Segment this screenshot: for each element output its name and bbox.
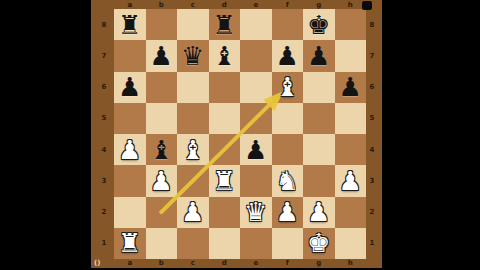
black-bishop-b4[interactable]: ♝ bbox=[146, 134, 178, 165]
rank-label-left-3: 3 bbox=[102, 177, 107, 185]
square-c4[interactable]: ♝ bbox=[177, 134, 209, 165]
rank-label-right-5: 5 bbox=[370, 114, 375, 122]
white-queen-e2[interactable]: ♛ bbox=[240, 197, 272, 228]
square-f1[interactable] bbox=[272, 228, 304, 259]
black-rook-a8[interactable]: ♜ bbox=[114, 9, 146, 40]
square-a4[interactable]: ♟ bbox=[114, 134, 146, 165]
black-rook-d8[interactable]: ♜ bbox=[209, 9, 241, 40]
white-rook-a1[interactable]: ♜ bbox=[114, 228, 146, 259]
square-c6[interactable] bbox=[177, 72, 209, 103]
black-pawn-h6[interactable]: ♟ bbox=[335, 72, 367, 103]
white-knight-f3[interactable]: ♞ bbox=[272, 165, 304, 196]
black-pawn-f7[interactable]: ♟ bbox=[272, 40, 304, 71]
square-h7[interactable] bbox=[335, 40, 367, 71]
white-pawn-h3[interactable]: ♟ bbox=[335, 165, 367, 196]
square-c2[interactable]: ♟ bbox=[177, 197, 209, 228]
square-h8[interactable] bbox=[335, 9, 367, 40]
square-f7[interactable]: ♟ bbox=[272, 40, 304, 71]
square-g4[interactable] bbox=[303, 134, 335, 165]
file-label-top-g: g bbox=[316, 1, 321, 9]
rank-label-right-7: 7 bbox=[370, 52, 375, 60]
file-label-bottom-g: g bbox=[316, 259, 321, 267]
square-g7[interactable]: ♟ bbox=[303, 40, 335, 71]
video-frame: { "game": "chess", "position": { "fen": … bbox=[0, 0, 480, 270]
white-bishop-c4[interactable]: ♝ bbox=[177, 134, 209, 165]
square-g5[interactable] bbox=[303, 103, 335, 134]
rank-label-left-6: 6 bbox=[102, 83, 107, 91]
rank-label-left-4: 4 bbox=[102, 146, 107, 154]
rank-label-left-5: 5 bbox=[102, 114, 107, 122]
corner-marker-icon[interactable] bbox=[362, 1, 372, 10]
square-b6[interactable] bbox=[146, 72, 178, 103]
square-e8[interactable] bbox=[240, 9, 272, 40]
black-bishop-d7[interactable]: ♝ bbox=[209, 40, 241, 71]
square-e2[interactable]: ♛ bbox=[240, 197, 272, 228]
square-f8[interactable] bbox=[272, 9, 304, 40]
white-pawn-c2[interactable]: ♟ bbox=[177, 197, 209, 228]
rank-label-left-7: 7 bbox=[102, 52, 107, 60]
file-label-bottom-b: b bbox=[159, 259, 164, 267]
square-g3[interactable] bbox=[303, 165, 335, 196]
black-queen-c7[interactable]: ♛ bbox=[177, 40, 209, 71]
square-f4[interactable] bbox=[272, 134, 304, 165]
squares-grid: ♜♜♚♟♛♝♟♟♟♝♟♟♝♝♟♟♜♞♟♟♛♟♟♜♚ bbox=[114, 9, 366, 259]
white-king-g1[interactable]: ♚ bbox=[303, 228, 335, 259]
square-g8[interactable]: ♚ bbox=[303, 9, 335, 40]
square-d1[interactable] bbox=[209, 228, 241, 259]
rank-label-right-6: 6 bbox=[370, 83, 375, 91]
square-f2[interactable]: ♟ bbox=[272, 197, 304, 228]
rank-label-left-8: 8 bbox=[102, 21, 107, 29]
square-a1[interactable]: ♜ bbox=[114, 228, 146, 259]
square-g2[interactable]: ♟ bbox=[303, 197, 335, 228]
file-label-bottom-h: h bbox=[348, 259, 353, 267]
black-pawn-b7[interactable]: ♟ bbox=[146, 40, 178, 71]
square-e5[interactable] bbox=[240, 103, 272, 134]
square-e7[interactable] bbox=[240, 40, 272, 71]
square-e6[interactable] bbox=[240, 72, 272, 103]
square-c8[interactable] bbox=[177, 9, 209, 40]
square-h6[interactable]: ♟ bbox=[335, 72, 367, 103]
black-king-g8[interactable]: ♚ bbox=[303, 9, 335, 40]
file-label-bottom-d: d bbox=[222, 259, 227, 267]
rank-label-right-2: 2 bbox=[370, 208, 375, 216]
file-label-bottom-c: c bbox=[191, 259, 195, 267]
square-h5[interactable] bbox=[335, 103, 367, 134]
flip-board-icon[interactable]: () bbox=[94, 259, 100, 267]
square-c3[interactable] bbox=[177, 165, 209, 196]
square-d5[interactable] bbox=[209, 103, 241, 134]
square-g1[interactable]: ♚ bbox=[303, 228, 335, 259]
file-label-top-b: b bbox=[159, 1, 164, 9]
file-label-top-a: a bbox=[127, 1, 132, 9]
square-a6[interactable]: ♟ bbox=[114, 72, 146, 103]
square-g6[interactable] bbox=[303, 72, 335, 103]
square-b8[interactable] bbox=[146, 9, 178, 40]
square-e3[interactable] bbox=[240, 165, 272, 196]
white-bishop-f6[interactable]: ♝ bbox=[272, 72, 304, 103]
white-pawn-b3[interactable]: ♟ bbox=[146, 165, 178, 196]
square-b4[interactable]: ♝ bbox=[146, 134, 178, 165]
file-label-bottom-f: f bbox=[286, 259, 289, 267]
square-a8[interactable]: ♜ bbox=[114, 9, 146, 40]
square-c1[interactable] bbox=[177, 228, 209, 259]
square-b2[interactable] bbox=[146, 197, 178, 228]
rank-label-right-4: 4 bbox=[370, 146, 375, 154]
square-d2[interactable] bbox=[209, 197, 241, 228]
white-rook-d3[interactable]: ♜ bbox=[209, 165, 241, 196]
black-pawn-g7[interactable]: ♟ bbox=[303, 40, 335, 71]
rank-label-right-1: 1 bbox=[370, 239, 375, 247]
rank-label-left-1: 1 bbox=[102, 239, 107, 247]
file-label-top-h: h bbox=[348, 1, 353, 9]
file-label-top-f: f bbox=[286, 1, 289, 9]
square-d3[interactable]: ♜ bbox=[209, 165, 241, 196]
square-h2[interactable] bbox=[335, 197, 367, 228]
square-a3[interactable] bbox=[114, 165, 146, 196]
square-b3[interactable]: ♟ bbox=[146, 165, 178, 196]
square-d8[interactable]: ♜ bbox=[209, 9, 241, 40]
file-label-bottom-a: a bbox=[127, 259, 132, 267]
square-c7[interactable]: ♛ bbox=[177, 40, 209, 71]
rank-label-left-2: 2 bbox=[102, 208, 107, 216]
square-h4[interactable] bbox=[335, 134, 367, 165]
rank-label-right-3: 3 bbox=[370, 177, 375, 185]
square-d4[interactable] bbox=[209, 134, 241, 165]
square-f6[interactable]: ♝ bbox=[272, 72, 304, 103]
square-d6[interactable] bbox=[209, 72, 241, 103]
square-h1[interactable] bbox=[335, 228, 367, 259]
white-pawn-f2[interactable]: ♟ bbox=[272, 197, 304, 228]
square-f5[interactable] bbox=[272, 103, 304, 134]
chess-board: ♜♜♚♟♛♝♟♟♟♝♟♟♝♝♟♟♜♞♟♟♛♟♟♜♚ () aabbccddeef… bbox=[91, 0, 382, 268]
square-f3[interactable]: ♞ bbox=[272, 165, 304, 196]
square-b1[interactable] bbox=[146, 228, 178, 259]
square-a5[interactable] bbox=[114, 103, 146, 134]
white-pawn-g2[interactable]: ♟ bbox=[303, 197, 335, 228]
black-pawn-e4[interactable]: ♟ bbox=[240, 134, 272, 165]
square-a7[interactable] bbox=[114, 40, 146, 71]
file-label-bottom-e: e bbox=[253, 259, 258, 267]
white-pawn-a4[interactable]: ♟ bbox=[114, 134, 146, 165]
square-d7[interactable]: ♝ bbox=[209, 40, 241, 71]
square-a2[interactable] bbox=[114, 197, 146, 228]
file-label-top-d: d bbox=[222, 1, 227, 9]
square-c5[interactable] bbox=[177, 103, 209, 134]
black-pawn-a6[interactable]: ♟ bbox=[114, 72, 146, 103]
square-b7[interactable]: ♟ bbox=[146, 40, 178, 71]
file-label-top-c: c bbox=[191, 1, 195, 9]
rank-label-right-8: 8 bbox=[370, 21, 375, 29]
file-label-top-e: e bbox=[253, 1, 258, 9]
square-e4[interactable]: ♟ bbox=[240, 134, 272, 165]
square-h3[interactable]: ♟ bbox=[335, 165, 367, 196]
square-e1[interactable] bbox=[240, 228, 272, 259]
square-b5[interactable] bbox=[146, 103, 178, 134]
